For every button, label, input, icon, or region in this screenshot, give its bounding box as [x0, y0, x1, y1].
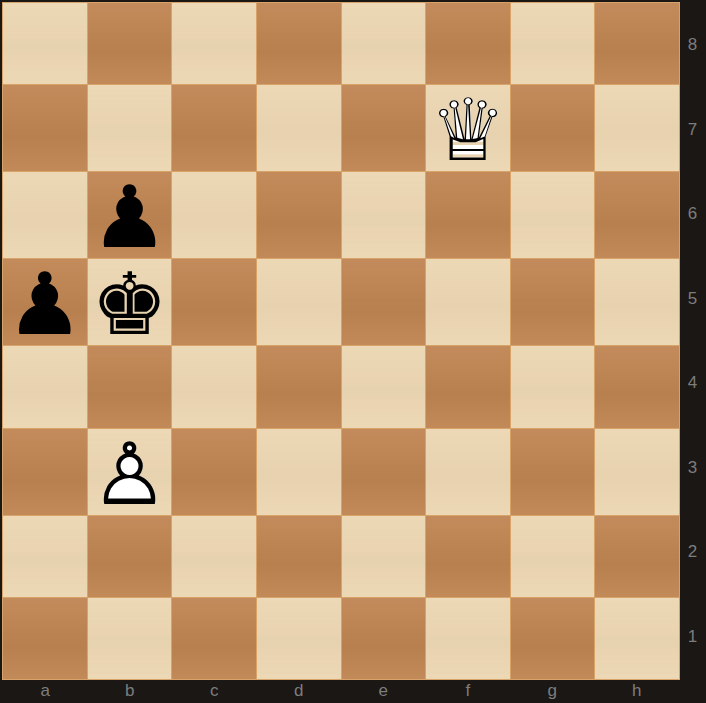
square-g2[interactable]	[511, 516, 595, 597]
square-e6[interactable]	[342, 172, 426, 258]
white-pawn-outline-glyph: ♙	[91, 431, 168, 517]
square-h2[interactable]	[595, 516, 679, 597]
file-label-e: e	[341, 679, 426, 703]
black-king-glyph: ♚	[91, 261, 168, 347]
rank-label-2: 2	[679, 510, 706, 595]
square-g4[interactable]	[511, 346, 595, 427]
square-h3[interactable]	[595, 429, 679, 515]
square-e7[interactable]	[342, 85, 426, 171]
black-pawn-glyph: ♟	[91, 174, 168, 260]
file-label-c: c	[172, 679, 257, 703]
square-g1[interactable]	[511, 598, 595, 679]
rank-label-8: 8	[679, 3, 706, 88]
square-d4[interactable]	[257, 346, 341, 427]
square-a7[interactable]	[3, 85, 87, 171]
white-queen[interactable]: ♛♕	[426, 87, 510, 173]
square-d2[interactable]	[257, 516, 341, 597]
square-b7[interactable]	[88, 85, 172, 171]
square-f1[interactable]	[426, 598, 510, 679]
square-g5[interactable]	[511, 259, 595, 345]
white-pawn[interactable]: ♟♙	[88, 431, 172, 517]
square-e3[interactable]	[342, 429, 426, 515]
square-f5[interactable]	[426, 259, 510, 345]
square-a3[interactable]	[3, 429, 87, 515]
square-d5[interactable]	[257, 259, 341, 345]
black-pawn-glyph: ♟	[6, 261, 83, 347]
square-b6[interactable]: ♟	[88, 172, 172, 258]
square-c3[interactable]	[172, 429, 256, 515]
square-c6[interactable]	[172, 172, 256, 258]
rank-label-5: 5	[679, 257, 706, 342]
square-h7[interactable]	[595, 85, 679, 171]
file-label-f: f	[426, 679, 511, 703]
square-a4[interactable]	[3, 346, 87, 427]
square-h5[interactable]	[595, 259, 679, 345]
square-f2[interactable]	[426, 516, 510, 597]
square-g6[interactable]	[511, 172, 595, 258]
square-g3[interactable]	[511, 429, 595, 515]
square-b4[interactable]	[88, 346, 172, 427]
square-d7[interactable]	[257, 85, 341, 171]
file-label-b: b	[88, 679, 173, 703]
black-pawn[interactable]: ♟	[3, 261, 87, 347]
chess-board: ♛♕♟♟♚♟♙	[3, 3, 679, 679]
square-c5[interactable]	[172, 259, 256, 345]
black-king[interactable]: ♚	[88, 261, 172, 347]
square-e1[interactable]	[342, 598, 426, 679]
file-labels: abcdefgh	[3, 679, 679, 703]
square-c7[interactable]	[172, 85, 256, 171]
square-a6[interactable]	[3, 172, 87, 258]
rank-label-7: 7	[679, 88, 706, 173]
square-f4[interactable]	[426, 346, 510, 427]
rank-label-3: 3	[679, 426, 706, 511]
square-b5[interactable]: ♚	[88, 259, 172, 345]
rank-label-1: 1	[679, 595, 706, 680]
square-e2[interactable]	[342, 516, 426, 597]
square-g8[interactable]	[511, 3, 595, 84]
file-label-a: a	[3, 679, 88, 703]
square-e4[interactable]	[342, 346, 426, 427]
square-d8[interactable]	[257, 3, 341, 84]
square-f8[interactable]	[426, 3, 510, 84]
square-c1[interactable]	[172, 598, 256, 679]
file-label-g: g	[510, 679, 595, 703]
square-b3[interactable]: ♟♙	[88, 429, 172, 515]
square-e8[interactable]	[342, 3, 426, 84]
square-d1[interactable]	[257, 598, 341, 679]
square-f3[interactable]	[426, 429, 510, 515]
square-a2[interactable]	[3, 516, 87, 597]
square-d3[interactable]	[257, 429, 341, 515]
rank-label-6: 6	[679, 172, 706, 257]
white-queen-outline-glyph: ♕	[429, 87, 506, 173]
square-h1[interactable]	[595, 598, 679, 679]
square-f6[interactable]	[426, 172, 510, 258]
square-c8[interactable]	[172, 3, 256, 84]
black-pawn[interactable]: ♟	[88, 174, 172, 260]
square-a8[interactable]	[3, 3, 87, 84]
square-h6[interactable]	[595, 172, 679, 258]
rank-labels: 87654321	[679, 3, 706, 679]
square-a5[interactable]: ♟	[3, 259, 87, 345]
square-g7[interactable]	[511, 85, 595, 171]
square-f7[interactable]: ♛♕	[426, 85, 510, 171]
square-c2[interactable]	[172, 516, 256, 597]
square-e5[interactable]	[342, 259, 426, 345]
square-h8[interactable]	[595, 3, 679, 84]
square-c4[interactable]	[172, 346, 256, 427]
square-d6[interactable]	[257, 172, 341, 258]
file-label-h: h	[595, 679, 680, 703]
file-label-d: d	[257, 679, 342, 703]
rank-label-4: 4	[679, 341, 706, 426]
square-b1[interactable]	[88, 598, 172, 679]
square-h4[interactable]	[595, 346, 679, 427]
square-b8[interactable]	[88, 3, 172, 84]
square-a1[interactable]	[3, 598, 87, 679]
square-b2[interactable]	[88, 516, 172, 597]
